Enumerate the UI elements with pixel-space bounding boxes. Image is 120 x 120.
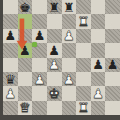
square-g7[interactable] — [91, 14, 106, 28]
square-g8[interactable] — [91, 0, 106, 14]
square-f4[interactable] — [76, 58, 91, 72]
square-e4[interactable] — [62, 58, 77, 72]
square-e8[interactable]: ♜ — [62, 0, 77, 14]
square-h7[interactable] — [105, 14, 120, 28]
square-d4[interactable]: ♟ — [47, 58, 62, 72]
square-b2[interactable] — [18, 86, 33, 100]
square-c3[interactable]: ♟ — [32, 72, 47, 86]
black-king-b8[interactable]: ♚ — [19, 1, 31, 14]
square-c2[interactable] — [32, 86, 47, 100]
square-d6[interactable] — [47, 29, 62, 43]
square-e7[interactable] — [62, 14, 77, 28]
square-a4[interactable] — [3, 58, 18, 72]
black-pawn-h4[interactable]: ♟ — [107, 58, 119, 71]
square-d8[interactable]: ♜ — [47, 0, 62, 14]
square-h4[interactable]: ♟ — [105, 58, 120, 72]
black-queen-a3[interactable]: ♛ — [4, 73, 16, 86]
square-g4[interactable]: ♟ — [91, 58, 106, 72]
white-pawn-e3[interactable]: ♟ — [63, 73, 75, 86]
square-f6[interactable] — [76, 29, 91, 43]
square-b3[interactable] — [18, 72, 33, 86]
square-d5[interactable]: ♟ — [47, 43, 62, 57]
black-pawn-g4[interactable]: ♟ — [92, 58, 104, 71]
square-h5[interactable] — [105, 43, 120, 57]
square-f3[interactable] — [76, 72, 91, 86]
white-rook-f7[interactable]: ♜ — [78, 15, 90, 28]
square-g1[interactable] — [91, 101, 106, 115]
square-c8[interactable] — [32, 0, 47, 14]
square-e2[interactable] — [62, 86, 77, 100]
square-c7[interactable] — [32, 14, 47, 28]
black-pawn-a6[interactable]: ♟ — [4, 29, 16, 42]
square-c4[interactable] — [32, 58, 47, 72]
white-pawn-a2[interactable]: ♟ — [4, 87, 16, 100]
white-pawn-c3[interactable]: ♟ — [34, 73, 46, 86]
square-f5[interactable] — [76, 43, 91, 57]
square-b8[interactable]: ♚ — [18, 0, 33, 14]
square-a8[interactable] — [3, 0, 18, 14]
black-rook-d8[interactable]: ♜ — [48, 1, 60, 14]
square-a7[interactable] — [3, 14, 18, 28]
square-g6[interactable] — [91, 29, 106, 43]
white-rook-f1[interactable]: ♜ — [78, 101, 90, 114]
square-c6[interactable]: ♟ — [32, 29, 47, 43]
square-b1[interactable]: ♛ — [18, 101, 33, 115]
black-pawn-b5[interactable]: ♟ — [19, 44, 31, 57]
black-pawn-d5[interactable]: ♟ — [48, 44, 60, 57]
white-queen-b1[interactable]: ♛ — [19, 101, 31, 114]
square-b6[interactable] — [18, 29, 33, 43]
square-g5[interactable] — [91, 43, 106, 57]
white-pawn-e6[interactable]: ♟ — [63, 29, 75, 42]
square-f8[interactable] — [76, 0, 91, 14]
square-g3[interactable] — [91, 72, 106, 86]
square-e3[interactable]: ♟ — [62, 72, 77, 86]
square-d1[interactable] — [47, 101, 62, 115]
square-e5[interactable] — [62, 43, 77, 57]
square-a1[interactable] — [3, 101, 18, 115]
chess-board[interactable]: ♚♜♜♜♟♟♟♟♟♟♟♟♛♟♟♟♚♟♛♜ — [3, 0, 120, 115]
square-a5[interactable] — [3, 43, 18, 57]
square-a6[interactable]: ♟ — [3, 29, 18, 43]
square-f1[interactable]: ♜ — [76, 101, 91, 115]
square-h8[interactable] — [105, 0, 120, 14]
square-d3[interactable] — [47, 72, 62, 86]
black-rook-e8[interactable]: ♜ — [63, 1, 75, 14]
square-f2[interactable] — [76, 86, 91, 100]
square-d7[interactable] — [47, 14, 62, 28]
black-pawn-c6[interactable]: ♟ — [34, 29, 46, 42]
square-g2[interactable]: ♟ — [91, 86, 106, 100]
square-b5[interactable]: ♟ — [18, 43, 33, 57]
square-a3[interactable]: ♛ — [3, 72, 18, 86]
square-h1[interactable] — [105, 101, 120, 115]
square-h2[interactable] — [105, 86, 120, 100]
white-king-d2[interactable]: ♚ — [48, 87, 60, 100]
square-c1[interactable] — [32, 101, 47, 115]
square-d2[interactable]: ♚ — [47, 86, 62, 100]
square-a2[interactable]: ♟ — [3, 86, 18, 100]
square-b7[interactable] — [18, 14, 33, 28]
square-h3[interactable] — [105, 72, 120, 86]
square-b4[interactable] — [18, 58, 33, 72]
square-e6[interactable]: ♟ — [62, 29, 77, 43]
chess-app-frame: ♚♜♜♜♟♟♟♟♟♟♟♟♛♟♟♟♚♟♛♜ — [0, 0, 120, 120]
square-e1[interactable] — [62, 101, 77, 115]
square-c5[interactable] — [32, 43, 47, 57]
white-pawn-g2[interactable]: ♟ — [92, 87, 104, 100]
white-pawn-d4[interactable]: ♟ — [48, 58, 60, 71]
square-h6[interactable] — [105, 29, 120, 43]
square-f7[interactable]: ♜ — [76, 14, 91, 28]
